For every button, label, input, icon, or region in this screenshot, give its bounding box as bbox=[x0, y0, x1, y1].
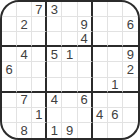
cell-r6c1[interactable] bbox=[2, 78, 17, 93]
cell-r1c7[interactable] bbox=[93, 2, 108, 17]
cell-r9c9[interactable] bbox=[123, 123, 138, 138]
cell-r9c7[interactable] bbox=[93, 123, 108, 138]
cell-r6c4[interactable] bbox=[47, 78, 62, 93]
cell-r9c1[interactable] bbox=[2, 123, 17, 138]
cell-r1c6[interactable] bbox=[78, 2, 93, 17]
cell-r3c9[interactable] bbox=[123, 32, 138, 47]
cell-r5c4[interactable] bbox=[47, 62, 62, 77]
cell-r2c4[interactable] bbox=[47, 17, 62, 32]
cell-r5c3[interactable] bbox=[32, 62, 47, 77]
cell-r2c2[interactable]: 2 bbox=[17, 17, 32, 32]
cell-r4c4[interactable]: 5 bbox=[47, 47, 62, 62]
cell-r5c1[interactable]: 6 bbox=[2, 62, 17, 77]
cell-r4c7[interactable] bbox=[93, 47, 108, 62]
cell-r2c6[interactable]: 9 bbox=[78, 17, 93, 32]
cell-r3c2[interactable] bbox=[17, 32, 32, 47]
cell-r9c8[interactable] bbox=[108, 123, 123, 138]
cell-r5c9[interactable]: 2 bbox=[123, 62, 138, 77]
cell-r8c9[interactable] bbox=[123, 108, 138, 123]
cell-r3c5[interactable] bbox=[62, 32, 77, 47]
cell-r7c7[interactable] bbox=[93, 93, 108, 108]
cell-r2c1[interactable] bbox=[2, 17, 17, 32]
cell-r1c3[interactable]: 7 bbox=[32, 2, 47, 17]
cell-r2c3[interactable] bbox=[32, 17, 47, 32]
cell-r9c3[interactable] bbox=[32, 123, 47, 138]
sudoku-board: 7329644519621746146819 bbox=[0, 0, 140, 140]
cell-r5c2[interactable] bbox=[17, 62, 32, 77]
cell-r3c1[interactable] bbox=[2, 32, 17, 47]
cell-r3c3[interactable] bbox=[32, 32, 47, 47]
cell-r8c3[interactable]: 1 bbox=[32, 108, 47, 123]
cell-r7c1[interactable] bbox=[2, 93, 17, 108]
cell-r5c5[interactable] bbox=[62, 62, 77, 77]
cell-r6c5[interactable] bbox=[62, 78, 77, 93]
cell-r6c2[interactable] bbox=[17, 78, 32, 93]
cell-r8c8[interactable]: 6 bbox=[108, 108, 123, 123]
sudoku-board-grid: 7329644519621746146819 bbox=[2, 2, 138, 138]
cell-r4c2[interactable]: 4 bbox=[17, 47, 32, 62]
cell-r4c5[interactable]: 1 bbox=[62, 47, 77, 62]
cell-r8c1[interactable] bbox=[2, 108, 17, 123]
cell-r6c8[interactable]: 1 bbox=[108, 78, 123, 93]
cell-r4c3[interactable] bbox=[32, 47, 47, 62]
cell-r1c5[interactable] bbox=[62, 2, 77, 17]
cell-r7c9[interactable] bbox=[123, 93, 138, 108]
cell-r8c2[interactable] bbox=[17, 108, 32, 123]
cell-r3c7[interactable] bbox=[93, 32, 108, 47]
cell-r1c9[interactable] bbox=[123, 2, 138, 17]
cell-r3c6[interactable]: 4 bbox=[78, 32, 93, 47]
cell-r8c7[interactable]: 4 bbox=[93, 108, 108, 123]
cell-r4c9[interactable]: 9 bbox=[123, 47, 138, 62]
cell-r6c7[interactable] bbox=[93, 78, 108, 93]
cell-r7c8[interactable] bbox=[108, 93, 123, 108]
cell-r8c5[interactable] bbox=[62, 108, 77, 123]
cell-r1c8[interactable] bbox=[108, 2, 123, 17]
cell-r6c9[interactable] bbox=[123, 78, 138, 93]
cell-r7c4[interactable]: 4 bbox=[47, 93, 62, 108]
cell-r7c5[interactable] bbox=[62, 93, 77, 108]
cell-r1c1[interactable] bbox=[2, 2, 17, 17]
cell-r9c4[interactable]: 1 bbox=[47, 123, 62, 138]
cell-r8c4[interactable] bbox=[47, 108, 62, 123]
cell-r9c6[interactable] bbox=[78, 123, 93, 138]
cell-r2c5[interactable] bbox=[62, 17, 77, 32]
cell-r3c8[interactable] bbox=[108, 32, 123, 47]
cell-r2c7[interactable] bbox=[93, 17, 108, 32]
cell-r5c8[interactable] bbox=[108, 62, 123, 77]
cell-r4c6[interactable] bbox=[78, 47, 93, 62]
cell-r1c2[interactable] bbox=[17, 2, 32, 17]
cell-r7c3[interactable] bbox=[32, 93, 47, 108]
cell-r3c4[interactable] bbox=[47, 32, 62, 47]
cell-r6c6[interactable] bbox=[78, 78, 93, 93]
cell-r8c6[interactable] bbox=[78, 108, 93, 123]
cell-r7c6[interactable]: 6 bbox=[78, 93, 93, 108]
cell-r5c6[interactable] bbox=[78, 62, 93, 77]
cell-r2c8[interactable] bbox=[108, 17, 123, 32]
cell-r9c5[interactable]: 9 bbox=[62, 123, 77, 138]
cell-r7c2[interactable]: 7 bbox=[17, 93, 32, 108]
cell-r5c7[interactable] bbox=[93, 62, 108, 77]
cell-r2c9[interactable]: 6 bbox=[123, 17, 138, 32]
cell-r9c2[interactable]: 8 bbox=[17, 123, 32, 138]
cell-r4c1[interactable] bbox=[2, 47, 17, 62]
cell-r6c3[interactable] bbox=[32, 78, 47, 93]
cell-r4c8[interactable] bbox=[108, 47, 123, 62]
cell-r1c4[interactable]: 3 bbox=[47, 2, 62, 17]
